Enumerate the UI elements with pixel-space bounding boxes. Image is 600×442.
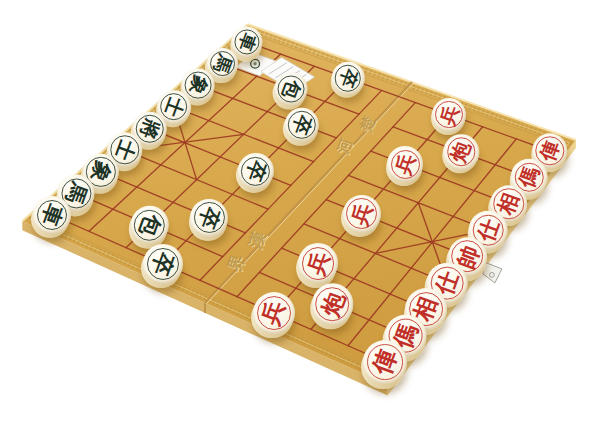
piece-red-soldier[interactable]: 兵 <box>387 146 423 182</box>
piece-character: 俥 <box>357 334 413 390</box>
piece-character: 兵 <box>247 286 301 340</box>
piece-character: 炮 <box>438 129 484 175</box>
piece-character: 卒 <box>185 193 234 242</box>
piece-character: 兵 <box>337 189 386 238</box>
piece-red-soldier[interactable]: 兵 <box>253 292 295 334</box>
piece-black-soldier[interactable]: 卒 <box>237 153 273 189</box>
piece-black-cannon[interactable]: 包 <box>130 206 168 244</box>
piece-red-soldier[interactable]: 兵 <box>343 195 381 233</box>
piece-black-chariot[interactable]: 車 <box>33 196 71 234</box>
piece-red-soldier[interactable]: 兵 <box>432 98 466 132</box>
pieces-layer: 車馬象士將士象馬車包包卒卒卒卒卒兵兵兵兵兵炮炮俥傌相仕帥仕相傌俥 <box>0 0 600 442</box>
piece-character: 車 <box>28 191 77 240</box>
piece-character: 兵 <box>382 141 428 187</box>
piece-red-chariot[interactable]: 俥 <box>363 340 407 384</box>
piece-character: 卒 <box>280 103 324 147</box>
piece-character: 卒 <box>232 148 278 194</box>
piece-red-cannon[interactable]: 炮 <box>312 283 354 325</box>
piece-red-cannon[interactable]: 炮 <box>443 134 479 170</box>
piece-black-soldier[interactable]: 卒 <box>143 244 183 284</box>
xiangqi-scene: 楚楚河河漢漢界界 車馬象士將士象馬車包包卒卒卒卒卒兵兵兵兵兵炮炮俥傌相仕帥仕相傌… <box>0 0 600 442</box>
piece-black-soldier[interactable]: 卒 <box>190 199 228 237</box>
piece-black-cannon[interactable]: 包 <box>274 72 307 105</box>
piece-red-soldier[interactable]: 兵 <box>298 243 338 283</box>
piece-black-soldier[interactable]: 卒 <box>332 62 365 95</box>
piece-character: 卒 <box>137 238 188 289</box>
piece-character: 炮 <box>306 277 359 330</box>
piece-character: 卒 <box>327 57 369 99</box>
piece-black-soldier[interactable]: 卒 <box>284 108 318 142</box>
